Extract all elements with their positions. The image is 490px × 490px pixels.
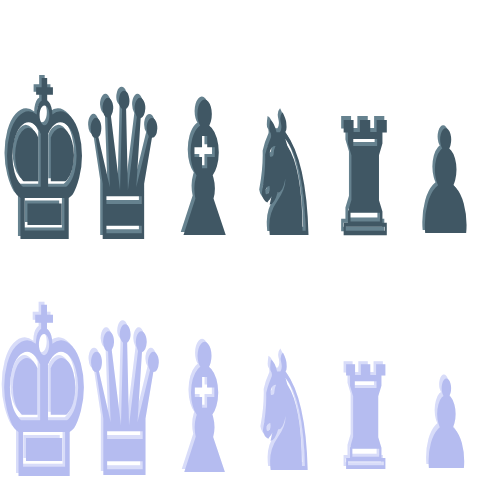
white-queen-piece: ♛ [79,300,169,490]
piece-cell: ♛ [84,340,164,458]
piece-cell: ♜ [326,132,406,222]
piece-cell: ♜ [326,376,406,458]
white-bishop-piece: ♝ [166,321,244,490]
black-pieces-row: ♚ ♛ ♝ ♞ ♜ ♟ [0,0,490,222]
chess-piece-set-illustration: ♚ ♛ ♝ ♞ ♜ ♟ ♚ ♛ ♝ ♞ ♜ [0,0,490,490]
piece-cell: ♟ [406,388,486,458]
black-pawn-piece: ♟ [415,112,477,256]
white-rook-piece: ♜ [334,348,396,490]
piece-cell: ♟ [406,140,486,222]
piece-cell: ♚ [4,324,84,458]
white-pieces-row: ♚ ♛ ♝ ♞ ♜ ♟ [0,236,490,458]
white-knight-piece: ♞ [250,335,320,490]
piece-cell: ♚ [4,96,84,222]
piece-cell: ♛ [84,106,164,222]
piece-cell: ♝ [165,356,245,458]
piece-cell: ♝ [165,116,245,222]
white-pawn-piece: ♟ [419,364,472,487]
piece-cell: ♞ [245,366,325,458]
piece-cell: ♞ [245,126,325,222]
